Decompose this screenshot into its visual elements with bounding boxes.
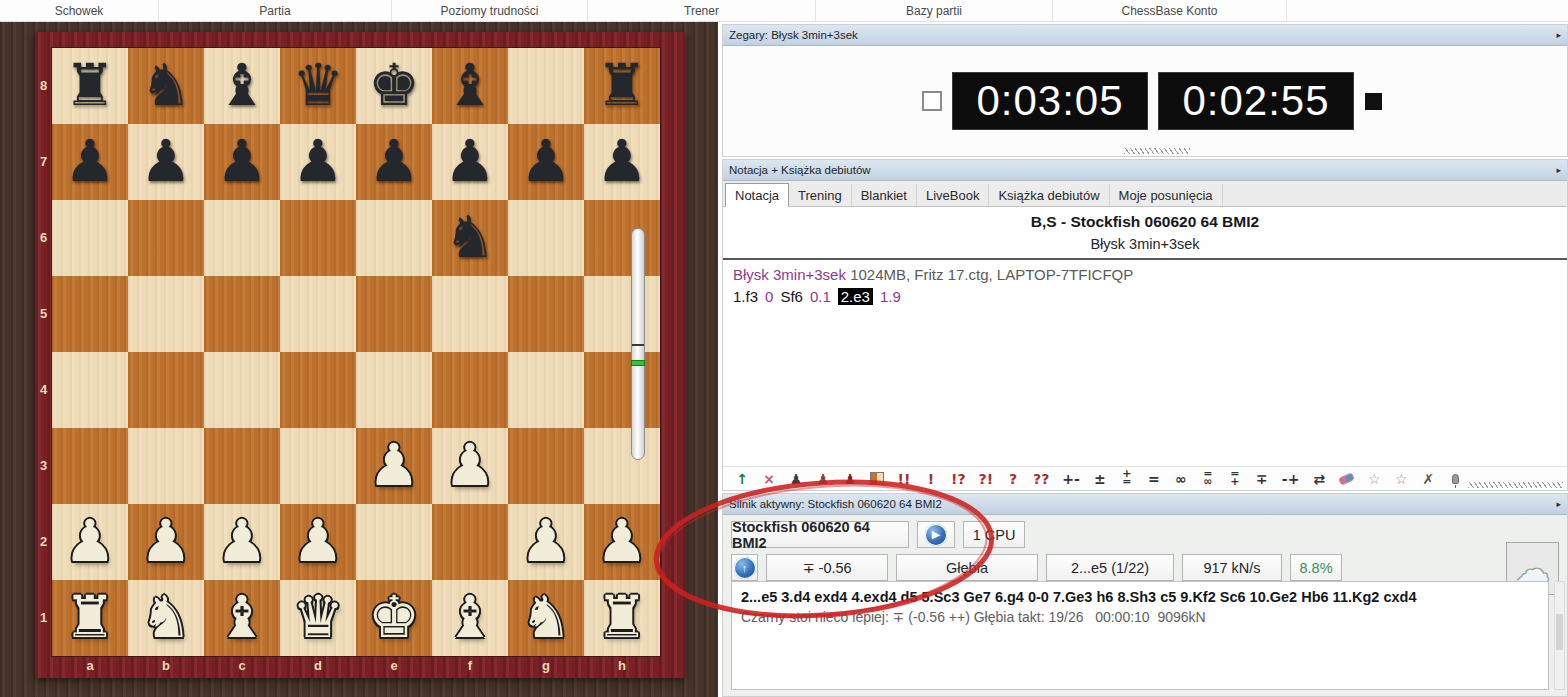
clocks-splitter-handle[interactable] — [1124, 148, 1190, 154]
file-label-a: a — [52, 656, 128, 678]
move-2e3[interactable]: 2.e3 — [838, 288, 873, 305]
tab-blankiet[interactable]: Blankiet — [852, 184, 917, 206]
white-clock-display: 0:03:05 — [952, 72, 1148, 130]
white-slightly-better-icon[interactable]: += — [1120, 472, 1134, 486]
square-b8[interactable]: ♞ — [128, 48, 204, 124]
square-c5[interactable] — [204, 276, 280, 352]
square-h8[interactable]: ♜ — [584, 48, 660, 124]
black-bishop: ♝ — [432, 48, 508, 124]
square-h2[interactable]: ♟ — [584, 504, 660, 580]
best-move-button[interactable]: 2...e5 (1/22) — [1046, 554, 1174, 581]
black-pawn: ♟ — [432, 124, 508, 200]
black-pawn: ♟ — [52, 124, 128, 200]
rank-label-4: 4 — [35, 352, 52, 428]
square-f8[interactable]: ♝ — [432, 48, 508, 124]
menu-item-schowek[interactable]: Schowek — [0, 0, 159, 21]
square-e6[interactable] — [356, 200, 432, 276]
unclear-icon[interactable]: ∞ — [1174, 471, 1188, 487]
menu-item-poziomy-trudno-ci[interactable]: Poziomy trudności — [392, 0, 588, 21]
black-pawn: ♟ — [204, 124, 280, 200]
delete-all-icon[interactable]: ✗ — [1421, 471, 1435, 487]
delete-annotations-icon[interactable]: ♟ — [843, 471, 857, 487]
square-c6[interactable] — [204, 200, 280, 276]
rank-label-2: 2 — [35, 504, 52, 580]
square-f1[interactable]: ♝ — [432, 580, 508, 656]
square-b3[interactable] — [128, 428, 204, 504]
black-side-indicator — [1365, 93, 1382, 110]
square-e2[interactable] — [356, 504, 432, 580]
tab-trening[interactable]: Trening — [789, 184, 852, 206]
right-column: Zegary: Błysk 3min+3sek ▸ 0:03:05 0:02:5… — [722, 22, 1568, 697]
chess-board[interactable]: ♜♞♝♛♚♝♜♟♟♟♟♟♟♟♟♞♟♟♟♟♟♟♟♟♜♞♝♛♚♝♞♜ 8765432… — [35, 32, 685, 678]
square-a5[interactable] — [52, 276, 128, 352]
board-grid: ♜♞♝♛♚♝♜♟♟♟♟♟♟♟♟♞♟♟♟♟♟♟♟♟♜♞♝♛♚♝♞♜ — [52, 48, 660, 656]
square-e3[interactable]: ♟ — [356, 428, 432, 504]
square-c3[interactable] — [204, 428, 280, 504]
engine-scrollbar[interactable] — [1554, 581, 1565, 690]
board-area: ♜♞♝♛♚♝♜♟♟♟♟♟♟♟♟♞♟♟♟♟♟♟♟♟♜♞♝♛♚♝♞♜ 8765432… — [0, 22, 718, 697]
file-label-e: e — [356, 656, 432, 678]
file-label-g: g — [508, 656, 584, 678]
file-label-h: h — [584, 656, 660, 678]
black-knight: ♞ — [432, 200, 508, 276]
move-Sf6[interactable]: Sf6 — [780, 288, 803, 305]
black-bishop: ♝ — [204, 48, 280, 124]
square-a6[interactable] — [52, 200, 128, 276]
engine-name-button[interactable]: Stockfish 060620 64 BMI2 — [731, 521, 909, 548]
annotation-toolbar: ↑×♟♟♟!!!!??!???+-±+==∞=∞=+∓-+⇄☆☆✗ — [723, 466, 1567, 490]
square-b7[interactable]: ♟ — [128, 124, 204, 200]
square-b5[interactable] — [128, 276, 204, 352]
engine-play-button[interactable]: ▶ — [917, 521, 955, 548]
notation-panel: Notacja + Książka debiutów ▸ NotacjaTren… — [722, 159, 1568, 491]
tab-notacja[interactable]: Notacja — [725, 183, 789, 207]
square-a1[interactable]: ♜ — [52, 580, 128, 656]
white-better-icon[interactable]: ± — [1093, 471, 1107, 487]
blunder-icon[interactable]: ?? — [1033, 471, 1049, 487]
square-f3[interactable]: ♟ — [432, 428, 508, 504]
engine-main-line: 2...e5 3.d4 exd4 4.exd4 d5 5.Sc3 Ge7 6.g… — [741, 589, 1539, 605]
speed-button[interactable]: 917 kN/s — [1182, 554, 1282, 581]
mistake-icon[interactable]: ? — [1006, 471, 1020, 487]
square-d4[interactable] — [280, 352, 356, 428]
rank-label-1: 1 — [35, 580, 52, 656]
square-b6[interactable] — [128, 200, 204, 276]
menu-item-chessbase-konto[interactable]: ChessBase Konto — [1053, 0, 1287, 21]
cut-variation-icon[interactable]: × — [762, 471, 776, 487]
white-clock-checkbox[interactable] — [922, 91, 942, 111]
clocks-header-label: Zegary: Błysk 3min+3sek — [729, 29, 858, 41]
move-1f3[interactable]: 1.f3 — [733, 288, 758, 305]
engine-status-line: Czarny stoi nieco lepiej: ∓ (-0.56 ++) G… — [741, 609, 1539, 625]
dubious-move-icon[interactable]: ?! — [979, 471, 994, 487]
fritz-chess-window: SchowekPartiaPoziomy trudnościTrenerBazy… — [0, 0, 1568, 697]
engine-output: 2...e5 3.d4 exd4 4.exd4 d5 5.Sc3 Ge7 6.g… — [731, 581, 1549, 690]
square-b1[interactable]: ♞ — [128, 580, 204, 656]
clocks-body: 0:03:05 0:02:55 — [723, 46, 1567, 156]
square-c4[interactable] — [204, 352, 280, 428]
delete-move-icon[interactable]: ♟ — [789, 471, 803, 487]
black-pawn: ♟ — [280, 124, 356, 200]
black-rook: ♜ — [52, 48, 128, 124]
slider-zero-line — [632, 344, 644, 346]
notation-splitter-handle[interactable] — [1468, 482, 1563, 488]
up-arrow-icon: ↑ — [734, 557, 756, 579]
black-better-icon[interactable]: ∓ — [1255, 471, 1269, 487]
rank-label-5: 5 — [35, 276, 52, 352]
game-info-line: Błysk 3min+3sek 1024MB, Fritz 17.ctg, LA… — [733, 266, 1557, 283]
time-19[interactable]: 1.9 — [880, 288, 901, 305]
black-pawn: ♟ — [584, 124, 660, 200]
white-pawn: ♟ — [280, 504, 356, 580]
tab-livebook[interactable]: LiveBook — [917, 184, 989, 206]
white-knight: ♞ — [128, 580, 204, 656]
star-icon[interactable]: ☆ — [1367, 471, 1381, 487]
square-g8[interactable] — [508, 48, 584, 124]
percent-button[interactable]: 8.8% — [1290, 554, 1342, 581]
notation-body: Błysk 3min+3sek 1024MB, Fritz 17.ctg, LA… — [723, 260, 1567, 466]
tab-moje-posuni-cia[interactable]: Moje posunięcia — [1110, 184, 1223, 206]
rank-label-7: 7 — [35, 124, 52, 200]
black-rook: ♜ — [584, 48, 660, 124]
square-e4[interactable] — [356, 352, 432, 428]
square-c8[interactable]: ♝ — [204, 48, 280, 124]
square-g3[interactable] — [508, 428, 584, 504]
engine-panel: Silnik aktywny: Stockfish 060620 64 BMI2… — [722, 493, 1568, 697]
slider-green-marker — [631, 360, 645, 366]
square-g1[interactable]: ♞ — [508, 580, 584, 656]
very-good-move-icon[interactable]: !! — [897, 471, 911, 487]
main-content: ♜♞♝♛♚♝♜♟♟♟♟♟♟♟♟♞♟♟♟♟♟♟♟♟♜♞♝♛♚♝♞♜ 8765432… — [0, 22, 1568, 697]
black-pawn: ♟ — [508, 124, 584, 200]
time-01[interactable]: 0.1 — [810, 288, 831, 305]
square-f4[interactable] — [432, 352, 508, 428]
black-pawn: ♟ — [356, 124, 432, 200]
white-pawn: ♟ — [356, 428, 432, 504]
square-b4[interactable] — [128, 352, 204, 428]
square-c2[interactable]: ♟ — [204, 504, 280, 580]
square-f2[interactable] — [432, 504, 508, 580]
menu-bar: SchowekPartiaPoziomy trudnościTrenerBazy… — [0, 0, 1568, 22]
square-d3[interactable] — [280, 428, 356, 504]
panel-pin-icon[interactable]: ▸ — [1556, 30, 1561, 40]
depth-button[interactable]: Głębia — [896, 554, 1038, 581]
game-info-highlight: Błysk 3min+3sek — [733, 266, 846, 283]
square-e5[interactable] — [356, 276, 432, 352]
engine-panel-header: Silnik aktywny: Stockfish 060620 64 BMI2… — [723, 494, 1567, 515]
square-a4[interactable] — [52, 352, 128, 428]
engine-header-label: Silnik aktywny: Stockfish 060620 64 BMI2 — [729, 498, 942, 510]
square-d2[interactable]: ♟ — [280, 504, 356, 580]
black-queen: ♛ — [280, 48, 356, 124]
square-c1[interactable]: ♝ — [204, 580, 280, 656]
interesting-move-icon[interactable]: !? — [951, 471, 966, 487]
moves-line: 1.f30Sf60.12.e31.9 — [733, 288, 1557, 305]
engine-body: Stockfish 060620 64 BMI2 ▶ 1 CPU ↑ ∓ -0.… — [723, 515, 1567, 696]
star-sparkle-icon[interactable]: ☆ — [1394, 471, 1408, 487]
panel-pin-icon[interactable]: ▸ — [1556, 165, 1561, 175]
square-d5[interactable] — [280, 276, 356, 352]
white-bishop: ♝ — [432, 580, 508, 656]
white-winning-icon[interactable]: +- — [1062, 471, 1080, 487]
notation-panel-header: Notacja + Książka debiutów ▸ — [723, 160, 1567, 181]
square-h3[interactable] — [584, 428, 660, 504]
square-a3[interactable] — [52, 428, 128, 504]
notation-tab-bar: NotacjaTreningBlankietLiveBookKsiążka de… — [723, 181, 1567, 207]
black-king: ♚ — [356, 48, 432, 124]
square-d8[interactable]: ♛ — [280, 48, 356, 124]
white-bishop: ♝ — [204, 580, 280, 656]
black-knight: ♞ — [128, 48, 204, 124]
square-a8[interactable]: ♜ — [52, 48, 128, 124]
square-c7[interactable]: ♟ — [204, 124, 280, 200]
engine-row-2: ↑ ∓ -0.56 Głębia 2...e5 (1/22) 917 kN/s … — [731, 554, 1567, 581]
square-h6[interactable] — [584, 200, 660, 276]
square-g2[interactable]: ♟ — [508, 504, 584, 580]
delete-variation-icon[interactable]: ♟ — [816, 471, 830, 487]
square-a2[interactable]: ♟ — [52, 504, 128, 580]
square-f6[interactable]: ♞ — [432, 200, 508, 276]
notation-header-label: Notacja + Książka debiutów — [729, 164, 871, 176]
game-title-block: B,S - Stockfish 060620 64 BMI2 Błysk 3mi… — [723, 207, 1567, 260]
white-knight: ♞ — [508, 580, 584, 656]
evaluation-slider[interactable] — [631, 228, 645, 460]
engine-row-1: Stockfish 060620 64 BMI2 ▶ 1 CPU — [731, 521, 1567, 548]
promote-variation-icon[interactable]: ↑ — [735, 471, 749, 487]
medal-icon[interactable] — [1448, 474, 1462, 484]
square-h1[interactable]: ♜ — [584, 580, 660, 656]
black-slightly-better-icon[interactable]: =+ — [1228, 472, 1242, 486]
black-clock-display: 0:02:55 — [1158, 72, 1354, 130]
file-label-b: b — [128, 656, 204, 678]
square-h7[interactable]: ♟ — [584, 124, 660, 200]
game-title: B,S - Stockfish 060620 64 BMI2 — [723, 213, 1567, 231]
square-h4[interactable] — [584, 352, 660, 428]
game-subtitle: Błysk 3min+3sek — [723, 236, 1567, 252]
white-rook: ♜ — [52, 580, 128, 656]
engine-up-arrow-button[interactable]: ↑ — [731, 554, 758, 581]
file-label-c: c — [204, 656, 280, 678]
white-pawn: ♟ — [204, 504, 280, 580]
good-move-icon[interactable]: ! — [924, 471, 938, 487]
square-f5[interactable] — [432, 276, 508, 352]
white-clock-time: 0:03:05 — [976, 77, 1123, 125]
board-window-icon[interactable] — [870, 472, 884, 485]
square-e1[interactable]: ♚ — [356, 580, 432, 656]
white-pawn: ♟ — [432, 428, 508, 504]
clocks-panel: Zegary: Błysk 3min+3sek ▸ 0:03:05 0:02:5… — [722, 24, 1568, 157]
file-label-d: d — [280, 656, 356, 678]
square-d1[interactable]: ♛ — [280, 580, 356, 656]
square-d7[interactable]: ♟ — [280, 124, 356, 200]
square-f7[interactable]: ♟ — [432, 124, 508, 200]
black-winning-icon[interactable]: -+ — [1282, 471, 1300, 487]
black-pawn: ♟ — [128, 124, 204, 200]
white-pawn: ♟ — [508, 504, 584, 580]
white-rook: ♜ — [584, 580, 660, 656]
square-e8[interactable]: ♚ — [356, 48, 432, 124]
white-king: ♚ — [356, 580, 432, 656]
rank-label-8: 8 — [35, 48, 52, 124]
eraser-icon[interactable] — [1339, 475, 1354, 483]
file-label-f: f — [432, 656, 508, 678]
menu-filler — [1287, 0, 1568, 21]
panel-pin-icon[interactable]: ▸ — [1556, 499, 1561, 509]
rank-label-3: 3 — [35, 428, 52, 504]
white-pawn: ♟ — [584, 504, 660, 580]
white-queen: ♛ — [280, 580, 356, 656]
square-g6[interactable] — [508, 200, 584, 276]
square-e7[interactable]: ♟ — [356, 124, 432, 200]
square-a7[interactable]: ♟ — [52, 124, 128, 200]
cpu-count-button[interactable]: 1 CPU — [963, 521, 1025, 548]
menu-item-bazy-partii[interactable]: Bazy partii — [816, 0, 1053, 21]
compensation-icon[interactable]: =∞ — [1201, 472, 1215, 486]
play-icon: ▶ — [925, 524, 947, 546]
rank-label-6: 6 — [35, 200, 52, 276]
square-h5[interactable] — [584, 276, 660, 352]
square-d6[interactable] — [280, 200, 356, 276]
game-info-rest: 1024MB, Fritz 17.ctg, LAPTOP-7TFICFQP — [846, 266, 1133, 283]
black-clock-time: 0:02:55 — [1182, 77, 1329, 125]
tab-ksi-ka-debiut-w[interactable]: Książka debiutów — [989, 184, 1109, 206]
engine-scrollbar-thumb[interactable] — [1556, 614, 1563, 650]
menu-item-trener[interactable]: Trener — [588, 0, 816, 21]
white-pawn: ♟ — [52, 504, 128, 580]
square-g7[interactable]: ♟ — [508, 124, 584, 200]
evaluation-button[interactable]: ∓ -0.56 — [766, 554, 888, 581]
white-pawn: ♟ — [128, 504, 204, 580]
time-0[interactable]: 0 — [765, 288, 773, 305]
menu-item-partia[interactable]: Partia — [159, 0, 392, 21]
equal-icon[interactable]: = — [1147, 471, 1161, 487]
clocks-panel-header: Zegary: Błysk 3min+3sek ▸ — [723, 25, 1567, 46]
counterplay-icon[interactable]: ⇄ — [1312, 471, 1326, 487]
square-b2[interactable]: ♟ — [128, 504, 204, 580]
square-g4[interactable] — [508, 352, 584, 428]
square-g5[interactable] — [508, 276, 584, 352]
